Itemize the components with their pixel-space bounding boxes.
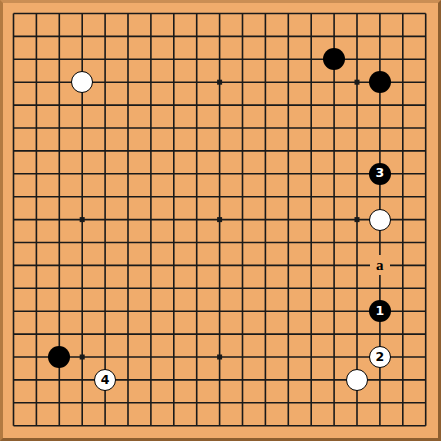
- intersection-B10: [25, 208, 48, 231]
- intersection-O3: [300, 368, 323, 391]
- intersection-D19: [71, 2, 94, 25]
- intersection-F3: [117, 368, 140, 391]
- intersection-N18: [277, 25, 300, 48]
- intersection-R19: [368, 2, 391, 25]
- intersection-F2: [117, 391, 140, 414]
- intersection-D9: [71, 231, 94, 254]
- intersection-Q13: [345, 139, 368, 162]
- intersection-R7: [368, 277, 391, 300]
- intersection-N11: [277, 185, 300, 208]
- intersections: 3a124: [2, 2, 437, 437]
- intersection-N3: [277, 368, 300, 391]
- intersection-J6: [185, 300, 208, 323]
- intersection-G8: [139, 254, 162, 277]
- intersection-S7: [391, 277, 414, 300]
- intersection-C5: [48, 323, 71, 346]
- intersection-O5: [300, 323, 323, 346]
- intersection-G4: [139, 345, 162, 368]
- intersection-E9: [94, 231, 117, 254]
- intersection-G5: [139, 323, 162, 346]
- intersection-J5: [185, 323, 208, 346]
- intersection-T16: [414, 71, 437, 94]
- intersection-G15: [139, 94, 162, 117]
- intersection-L13: [231, 139, 254, 162]
- intersection-S10: [391, 208, 414, 231]
- intersection-E1: [94, 414, 117, 437]
- intersection-N6: [277, 300, 300, 323]
- intersection-B4: [25, 345, 48, 368]
- white-stone-Q3: [346, 369, 368, 391]
- intersection-B18: [25, 25, 48, 48]
- intersection-J10: [185, 208, 208, 231]
- intersection-O7: [300, 277, 323, 300]
- intersection-E11: [94, 185, 117, 208]
- intersection-J12: [185, 162, 208, 185]
- intersection-S18: [391, 25, 414, 48]
- intersection-T11: [414, 185, 437, 208]
- intersection-B14: [25, 117, 48, 140]
- intersection-E7: [94, 277, 117, 300]
- intersection-T19: [414, 2, 437, 25]
- intersection-Q16: [345, 71, 368, 94]
- intersection-N14: [277, 117, 300, 140]
- intersection-A19: [2, 2, 25, 25]
- label-a-R8: a: [370, 255, 390, 275]
- intersection-H18: [162, 25, 185, 48]
- intersection-L16: [231, 71, 254, 94]
- intersection-G13: [139, 139, 162, 162]
- intersection-F9: [117, 231, 140, 254]
- intersection-E17: [94, 48, 117, 71]
- intersection-Q7: [345, 277, 368, 300]
- intersection-H12: [162, 162, 185, 185]
- intersection-K4: [208, 345, 231, 368]
- intersection-S11: [391, 185, 414, 208]
- intersection-S12: [391, 162, 414, 185]
- intersection-C13: [48, 139, 71, 162]
- intersection-P16: [323, 71, 346, 94]
- intersection-O11: [300, 185, 323, 208]
- intersection-E8: [94, 254, 117, 277]
- intersection-T1: [414, 414, 437, 437]
- intersection-G12: [139, 162, 162, 185]
- intersection-D4: [71, 345, 94, 368]
- intersection-L4: [231, 345, 254, 368]
- black-stone-R12-move-3: 3: [369, 163, 391, 185]
- intersection-O9: [300, 231, 323, 254]
- intersection-M15: [254, 94, 277, 117]
- intersection-R13: [368, 139, 391, 162]
- intersection-O6: [300, 300, 323, 323]
- intersection-D11: [71, 185, 94, 208]
- black-stone-P17: [323, 48, 345, 70]
- intersection-Q19: [345, 2, 368, 25]
- intersection-H14: [162, 117, 185, 140]
- intersection-H15: [162, 94, 185, 117]
- intersection-N2: [277, 391, 300, 414]
- intersection-D7: [71, 277, 94, 300]
- intersection-Q12: [345, 162, 368, 185]
- intersection-S2: [391, 391, 414, 414]
- white-stone-R10: [369, 209, 391, 231]
- intersection-S16: [391, 71, 414, 94]
- intersection-K12: [208, 162, 231, 185]
- intersection-Q4: [345, 345, 368, 368]
- intersection-A9: [2, 231, 25, 254]
- intersection-K10: [208, 208, 231, 231]
- intersection-C8: [48, 254, 71, 277]
- intersection-R17: [368, 48, 391, 71]
- intersection-K8: [208, 254, 231, 277]
- intersection-H13: [162, 139, 185, 162]
- intersection-P8: [323, 254, 346, 277]
- intersection-G7: [139, 277, 162, 300]
- intersection-D1: [71, 414, 94, 437]
- intersection-C15: [48, 94, 71, 117]
- intersection-G11: [139, 185, 162, 208]
- intersection-A18: [2, 25, 25, 48]
- intersection-P1: [323, 414, 346, 437]
- intersection-J8: [185, 254, 208, 277]
- white-stone-E3-move-4: 4: [94, 369, 116, 391]
- intersection-F6: [117, 300, 140, 323]
- intersection-G3: [139, 368, 162, 391]
- intersection-P2: [323, 391, 346, 414]
- intersection-B13: [25, 139, 48, 162]
- intersection-B5: [25, 323, 48, 346]
- intersection-C11: [48, 185, 71, 208]
- intersection-E4: [94, 345, 117, 368]
- intersection-H9: [162, 231, 185, 254]
- intersection-N10: [277, 208, 300, 231]
- intersection-P7: [323, 277, 346, 300]
- intersection-S14: [391, 117, 414, 140]
- intersection-K13: [208, 139, 231, 162]
- intersection-H11: [162, 185, 185, 208]
- intersection-H16: [162, 71, 185, 94]
- intersection-F15: [117, 94, 140, 117]
- intersection-N5: [277, 323, 300, 346]
- intersection-C6: [48, 300, 71, 323]
- intersection-J14: [185, 117, 208, 140]
- intersection-D18: [71, 25, 94, 48]
- intersection-H19: [162, 2, 185, 25]
- intersection-A8: [2, 254, 25, 277]
- intersection-H6: [162, 300, 185, 323]
- intersection-J19: [185, 2, 208, 25]
- intersection-D10: [71, 208, 94, 231]
- intersection-C7: [48, 277, 71, 300]
- intersection-K19: [208, 2, 231, 25]
- intersection-S5: [391, 323, 414, 346]
- intersection-B17: [25, 48, 48, 71]
- intersection-R8: a: [368, 254, 391, 277]
- intersection-J2: [185, 391, 208, 414]
- intersection-O17: [300, 48, 323, 71]
- intersection-T7: [414, 277, 437, 300]
- intersection-K11: [208, 185, 231, 208]
- intersection-N17: [277, 48, 300, 71]
- intersection-K2: [208, 391, 231, 414]
- intersection-L18: [231, 25, 254, 48]
- intersection-F18: [117, 25, 140, 48]
- intersection-K3: [208, 368, 231, 391]
- intersection-A7: [2, 277, 25, 300]
- intersection-L5: [231, 323, 254, 346]
- intersection-N1: [277, 414, 300, 437]
- intersection-N4: [277, 345, 300, 368]
- intersection-R18: [368, 25, 391, 48]
- intersection-E14: [94, 117, 117, 140]
- intersection-A13: [2, 139, 25, 162]
- intersection-R2: [368, 391, 391, 414]
- intersection-R14: [368, 117, 391, 140]
- intersection-P9: [323, 231, 346, 254]
- intersection-P17: [323, 48, 346, 71]
- intersection-S13: [391, 139, 414, 162]
- intersection-S8: [391, 254, 414, 277]
- intersection-M12: [254, 162, 277, 185]
- intersection-F19: [117, 2, 140, 25]
- intersection-C4: [48, 345, 71, 368]
- intersection-E18: [94, 25, 117, 48]
- intersection-A5: [2, 323, 25, 346]
- white-stone-R4-move-2: 2: [369, 346, 391, 368]
- intersection-R10: [368, 208, 391, 231]
- intersection-K15: [208, 94, 231, 117]
- black-stone-R16: [369, 71, 391, 93]
- intersection-T13: [414, 139, 437, 162]
- intersection-T12: [414, 162, 437, 185]
- intersection-M9: [254, 231, 277, 254]
- intersection-D8: [71, 254, 94, 277]
- intersection-R12: 3: [368, 162, 391, 185]
- intersection-P19: [323, 2, 346, 25]
- intersection-O12: [300, 162, 323, 185]
- intersection-O18: [300, 25, 323, 48]
- intersection-R3: [368, 368, 391, 391]
- intersection-L17: [231, 48, 254, 71]
- intersection-M11: [254, 185, 277, 208]
- intersection-M2: [254, 391, 277, 414]
- intersection-H5: [162, 323, 185, 346]
- intersection-R6: 1: [368, 300, 391, 323]
- intersection-S6: [391, 300, 414, 323]
- intersection-L1: [231, 414, 254, 437]
- intersection-P18: [323, 25, 346, 48]
- intersection-B2: [25, 391, 48, 414]
- intersection-T2: [414, 391, 437, 414]
- intersection-S9: [391, 231, 414, 254]
- intersection-J15: [185, 94, 208, 117]
- intersection-L12: [231, 162, 254, 185]
- intersection-A10: [2, 208, 25, 231]
- intersection-M8: [254, 254, 277, 277]
- intersection-H10: [162, 208, 185, 231]
- intersection-A16: [2, 71, 25, 94]
- intersection-M18: [254, 25, 277, 48]
- intersection-N12: [277, 162, 300, 185]
- intersection-S19: [391, 2, 414, 25]
- intersection-M3: [254, 368, 277, 391]
- intersection-E5: [94, 323, 117, 346]
- intersection-H3: [162, 368, 185, 391]
- intersection-O14: [300, 117, 323, 140]
- intersection-N9: [277, 231, 300, 254]
- intersection-A6: [2, 300, 25, 323]
- intersection-N8: [277, 254, 300, 277]
- intersection-L11: [231, 185, 254, 208]
- intersection-J1: [185, 414, 208, 437]
- intersection-T4: [414, 345, 437, 368]
- intersection-M17: [254, 48, 277, 71]
- intersection-D3: [71, 368, 94, 391]
- intersection-Q5: [345, 323, 368, 346]
- intersection-O2: [300, 391, 323, 414]
- intersection-F14: [117, 117, 140, 140]
- intersection-H2: [162, 391, 185, 414]
- intersection-G17: [139, 48, 162, 71]
- intersection-E13: [94, 139, 117, 162]
- intersection-J18: [185, 25, 208, 48]
- intersection-G14: [139, 117, 162, 140]
- intersection-L7: [231, 277, 254, 300]
- intersection-L3: [231, 368, 254, 391]
- intersection-N19: [277, 2, 300, 25]
- intersection-J9: [185, 231, 208, 254]
- intersection-B3: [25, 368, 48, 391]
- intersection-O15: [300, 94, 323, 117]
- intersection-P11: [323, 185, 346, 208]
- intersection-F16: [117, 71, 140, 94]
- intersection-R11: [368, 185, 391, 208]
- intersection-R1: [368, 414, 391, 437]
- intersection-A14: [2, 117, 25, 140]
- intersection-L14: [231, 117, 254, 140]
- intersection-B16: [25, 71, 48, 94]
- intersection-G18: [139, 25, 162, 48]
- intersection-D2: [71, 391, 94, 414]
- intersection-D6: [71, 300, 94, 323]
- intersection-T3: [414, 368, 437, 391]
- intersection-N13: [277, 139, 300, 162]
- intersection-L2: [231, 391, 254, 414]
- intersection-S3: [391, 368, 414, 391]
- go-board: 3a124: [0, 0, 441, 441]
- intersection-T15: [414, 94, 437, 117]
- intersection-L8: [231, 254, 254, 277]
- intersection-F13: [117, 139, 140, 162]
- white-stone-D16: [71, 71, 93, 93]
- intersection-J16: [185, 71, 208, 94]
- intersection-D5: [71, 323, 94, 346]
- intersection-A12: [2, 162, 25, 185]
- intersection-C17: [48, 48, 71, 71]
- black-stone-R6-move-1: 1: [369, 300, 391, 322]
- intersection-J13: [185, 139, 208, 162]
- intersection-C9: [48, 231, 71, 254]
- intersection-O13: [300, 139, 323, 162]
- intersection-K9: [208, 231, 231, 254]
- intersection-T9: [414, 231, 437, 254]
- intersection-F17: [117, 48, 140, 71]
- intersection-B15: [25, 94, 48, 117]
- intersection-A11: [2, 185, 25, 208]
- intersection-T5: [414, 323, 437, 346]
- intersection-N16: [277, 71, 300, 94]
- intersection-A4: [2, 345, 25, 368]
- intersection-D12: [71, 162, 94, 185]
- intersection-K17: [208, 48, 231, 71]
- intersection-C1: [48, 414, 71, 437]
- intersection-D17: [71, 48, 94, 71]
- intersection-N7: [277, 277, 300, 300]
- intersection-J17: [185, 48, 208, 71]
- intersection-G9: [139, 231, 162, 254]
- intersection-E10: [94, 208, 117, 231]
- intersection-T10: [414, 208, 437, 231]
- intersection-Q15: [345, 94, 368, 117]
- intersection-A2: [2, 391, 25, 414]
- intersection-M6: [254, 300, 277, 323]
- intersection-J4: [185, 345, 208, 368]
- intersection-L9: [231, 231, 254, 254]
- intersection-D16: [71, 71, 94, 94]
- intersection-M5: [254, 323, 277, 346]
- intersection-L19: [231, 2, 254, 25]
- intersection-M14: [254, 117, 277, 140]
- intersection-R4: 2: [368, 345, 391, 368]
- intersection-F12: [117, 162, 140, 185]
- intersection-E3: 4: [94, 368, 117, 391]
- intersection-H4: [162, 345, 185, 368]
- intersection-K6: [208, 300, 231, 323]
- intersection-C18: [48, 25, 71, 48]
- intersection-E15: [94, 94, 117, 117]
- intersection-P12: [323, 162, 346, 185]
- intersection-P13: [323, 139, 346, 162]
- intersection-T14: [414, 117, 437, 140]
- intersection-S17: [391, 48, 414, 71]
- intersection-C10: [48, 208, 71, 231]
- intersection-B9: [25, 231, 48, 254]
- intersection-P4: [323, 345, 346, 368]
- intersection-Q8: [345, 254, 368, 277]
- intersection-B7: [25, 277, 48, 300]
- intersection-H8: [162, 254, 185, 277]
- intersection-K1: [208, 414, 231, 437]
- intersection-K7: [208, 277, 231, 300]
- intersection-A17: [2, 48, 25, 71]
- intersection-K5: [208, 323, 231, 346]
- intersection-B12: [25, 162, 48, 185]
- intersection-G19: [139, 2, 162, 25]
- intersection-F11: [117, 185, 140, 208]
- intersection-A15: [2, 94, 25, 117]
- intersection-F1: [117, 414, 140, 437]
- intersection-G16: [139, 71, 162, 94]
- intersection-B1: [25, 414, 48, 437]
- intersection-A1: [2, 414, 25, 437]
- intersection-B11: [25, 185, 48, 208]
- intersection-S1: [391, 414, 414, 437]
- intersection-G6: [139, 300, 162, 323]
- intersection-J11: [185, 185, 208, 208]
- intersection-F5: [117, 323, 140, 346]
- intersection-E6: [94, 300, 117, 323]
- intersection-C3: [48, 368, 71, 391]
- intersection-D13: [71, 139, 94, 162]
